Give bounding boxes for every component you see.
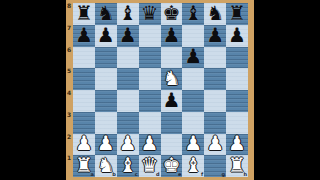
- black-pawn-piece[interactable]: ♟: [97, 25, 115, 45]
- square-h8[interactable]: ♜: [226, 3, 248, 25]
- square-f5[interactable]: [182, 68, 204, 90]
- square-d8[interactable]: ♛: [139, 3, 161, 25]
- rank-label-4: 4: [67, 90, 73, 96]
- white-pawn-piece[interactable]: ♟: [206, 134, 224, 154]
- white-pawn-piece[interactable]: ♟: [75, 134, 93, 154]
- square-a5[interactable]: [73, 68, 95, 90]
- file-label-h: h: [239, 172, 247, 177]
- rank-label-1: 1: [67, 155, 73, 161]
- square-e4[interactable]: ♟: [161, 90, 183, 112]
- file-label-a: a: [86, 172, 94, 177]
- square-f7[interactable]: [182, 25, 204, 47]
- square-c4[interactable]: [117, 90, 139, 112]
- square-g6[interactable]: [204, 47, 226, 69]
- black-pawn-piece[interactable]: ♟: [228, 25, 246, 45]
- square-c7[interactable]: ♟: [117, 25, 139, 47]
- square-f4[interactable]: [182, 90, 204, 112]
- black-pawn-piece[interactable]: ♟: [75, 25, 93, 45]
- square-d2[interactable]: ♟: [139, 134, 161, 156]
- black-pawn-piece[interactable]: ♟: [206, 25, 224, 45]
- black-pawn-piece[interactable]: ♟: [119, 25, 137, 45]
- square-c5[interactable]: [117, 68, 139, 90]
- square-f2[interactable]: ♟: [182, 134, 204, 156]
- rank-label-7: 7: [67, 25, 73, 31]
- white-pawn-piece[interactable]: ♟: [141, 134, 159, 154]
- black-rook-piece[interactable]: ♜: [228, 3, 246, 23]
- rank-label-6: 6: [67, 47, 73, 53]
- square-c8[interactable]: ♝: [117, 3, 139, 25]
- black-pawn-piece[interactable]: ♟: [184, 47, 202, 67]
- black-pawn-piece[interactable]: ♟: [162, 90, 180, 110]
- white-knight-piece[interactable]: ♞: [162, 68, 180, 88]
- square-g3[interactable]: [204, 112, 226, 134]
- square-f8[interactable]: ♝: [182, 3, 204, 25]
- chess-board-frame: ♜♞♝♛♚♝♞♜♟♟♟♟♟♟♟♞♟♟♟♟♟♟♟♟♜♞♝♛♚♝♜ 87654321…: [66, 0, 254, 180]
- rank-label-5: 5: [67, 68, 73, 74]
- square-h7[interactable]: ♟: [226, 25, 248, 47]
- white-pawn-piece[interactable]: ♟: [228, 134, 246, 154]
- square-e2[interactable]: [161, 134, 183, 156]
- file-label-e: e: [173, 172, 181, 177]
- square-f6[interactable]: ♟: [182, 47, 204, 69]
- square-b7[interactable]: ♟: [95, 25, 117, 47]
- square-e7[interactable]: ♟: [161, 25, 183, 47]
- square-a2[interactable]: ♟: [73, 134, 95, 156]
- square-d6[interactable]: [139, 47, 161, 69]
- file-label-g: g: [217, 172, 225, 177]
- square-h6[interactable]: [226, 47, 248, 69]
- square-h3[interactable]: [226, 112, 248, 134]
- file-label-c: c: [130, 172, 138, 177]
- black-king-piece[interactable]: ♚: [162, 3, 180, 23]
- file-label-f: f: [195, 172, 203, 177]
- rank-label-8: 8: [67, 3, 73, 9]
- square-b8[interactable]: ♞: [95, 3, 117, 25]
- square-a6[interactable]: [73, 47, 95, 69]
- square-c6[interactable]: [117, 47, 139, 69]
- square-b6[interactable]: [95, 47, 117, 69]
- square-g5[interactable]: [204, 68, 226, 90]
- app-stage: ♜♞♝♛♚♝♞♜♟♟♟♟♟♟♟♞♟♟♟♟♟♟♟♟♜♞♝♛♚♝♜ 87654321…: [0, 0, 320, 180]
- square-b2[interactable]: ♟: [95, 134, 117, 156]
- square-a3[interactable]: [73, 112, 95, 134]
- chess-board[interactable]: ♜♞♝♛♚♝♞♜♟♟♟♟♟♟♟♞♟♟♟♟♟♟♟♟♜♞♝♛♚♝♜: [73, 3, 248, 177]
- square-g7[interactable]: ♟: [204, 25, 226, 47]
- square-d5[interactable]: [139, 68, 161, 90]
- square-h2[interactable]: ♟: [226, 134, 248, 156]
- square-e8[interactable]: ♚: [161, 3, 183, 25]
- square-d7[interactable]: [139, 25, 161, 47]
- square-b5[interactable]: [95, 68, 117, 90]
- square-e5[interactable]: ♞: [161, 68, 183, 90]
- black-pawn-piece[interactable]: ♟: [162, 25, 180, 45]
- black-knight-piece[interactable]: ♞: [97, 3, 115, 23]
- square-d4[interactable]: [139, 90, 161, 112]
- black-rook-piece[interactable]: ♜: [75, 3, 93, 23]
- square-h5[interactable]: [226, 68, 248, 90]
- rank-label-3: 3: [67, 112, 73, 118]
- file-label-b: b: [108, 172, 116, 177]
- file-label-d: d: [152, 172, 160, 177]
- square-a7[interactable]: ♟: [73, 25, 95, 47]
- square-e6[interactable]: [161, 47, 183, 69]
- white-pawn-piece[interactable]: ♟: [97, 134, 115, 154]
- black-bishop-piece[interactable]: ♝: [119, 3, 137, 23]
- white-pawn-piece[interactable]: ♟: [119, 134, 137, 154]
- square-h4[interactable]: [226, 90, 248, 112]
- rank-label-2: 2: [67, 134, 73, 140]
- square-g2[interactable]: ♟: [204, 134, 226, 156]
- square-d3[interactable]: [139, 112, 161, 134]
- black-bishop-piece[interactable]: ♝: [184, 3, 202, 23]
- black-knight-piece[interactable]: ♞: [206, 3, 224, 23]
- square-a4[interactable]: [73, 90, 95, 112]
- square-c3[interactable]: [117, 112, 139, 134]
- white-pawn-piece[interactable]: ♟: [184, 134, 202, 154]
- square-b3[interactable]: [95, 112, 117, 134]
- square-b4[interactable]: [95, 90, 117, 112]
- square-c2[interactable]: ♟: [117, 134, 139, 156]
- square-g8[interactable]: ♞: [204, 3, 226, 25]
- square-a8[interactable]: ♜: [73, 3, 95, 25]
- black-queen-piece[interactable]: ♛: [141, 3, 159, 23]
- square-e3[interactable]: [161, 112, 183, 134]
- square-g4[interactable]: [204, 90, 226, 112]
- square-f3[interactable]: [182, 112, 204, 134]
